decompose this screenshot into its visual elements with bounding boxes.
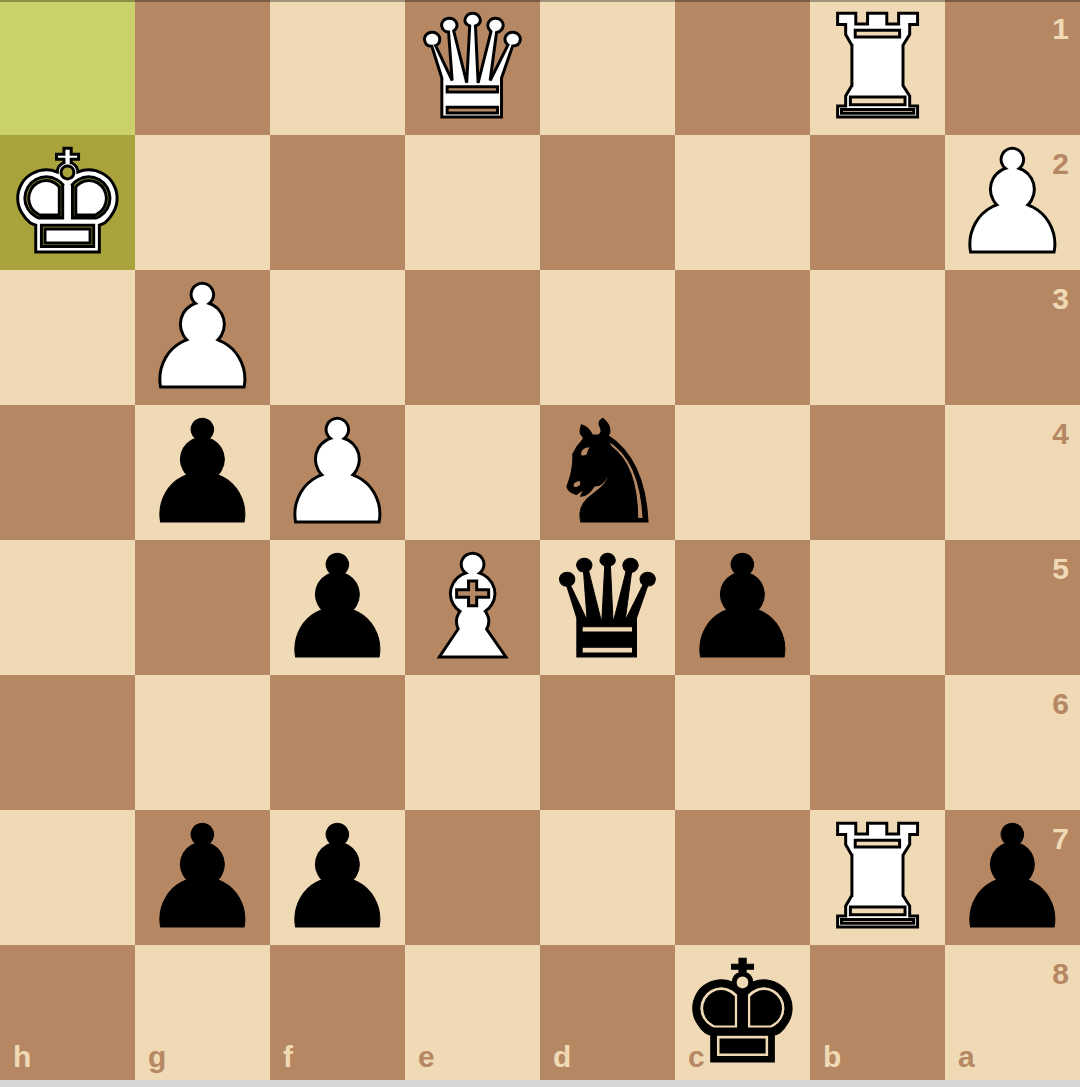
square-d2[interactable] bbox=[540, 135, 675, 270]
square-g6[interactable] bbox=[135, 675, 270, 810]
page-background-strip bbox=[0, 1080, 1080, 1087]
square-g5[interactable] bbox=[135, 540, 270, 675]
square-a7[interactable]: 7♟ bbox=[945, 810, 1080, 945]
square-d5[interactable]: ♛ bbox=[540, 540, 675, 675]
square-a5[interactable]: 5 bbox=[945, 540, 1080, 675]
black-pawn-piece[interactable]: ♟ bbox=[139, 810, 266, 945]
square-a8[interactable]: 8a bbox=[945, 945, 1080, 1080]
file-label-h: h bbox=[13, 1042, 31, 1072]
square-h3[interactable] bbox=[0, 270, 135, 405]
file-label-g: g bbox=[148, 1042, 166, 1072]
rank-label-2: 2 bbox=[1052, 149, 1069, 179]
white-king-piece[interactable]: ♚ bbox=[4, 135, 131, 270]
rank-label-1: 1 bbox=[1052, 14, 1069, 44]
square-g3[interactable]: ♟ bbox=[135, 270, 270, 405]
rank-label-4: 4 bbox=[1052, 419, 1069, 449]
square-f8[interactable]: f bbox=[270, 945, 405, 1080]
square-e6[interactable] bbox=[405, 675, 540, 810]
black-pawn-piece[interactable]: ♟ bbox=[139, 405, 266, 540]
black-pawn-piece[interactable]: ♟ bbox=[679, 540, 806, 675]
square-f5[interactable]: ♟ bbox=[270, 540, 405, 675]
square-g7[interactable]: ♟ bbox=[135, 810, 270, 945]
square-f1[interactable] bbox=[270, 0, 405, 135]
square-f3[interactable] bbox=[270, 270, 405, 405]
square-d4[interactable]: ♞ bbox=[540, 405, 675, 540]
rank-label-6: 6 bbox=[1052, 689, 1069, 719]
square-f7[interactable]: ♟ bbox=[270, 810, 405, 945]
white-rook-piece[interactable]: ♜ bbox=[814, 810, 941, 945]
square-b2[interactable] bbox=[810, 135, 945, 270]
white-pawn-piece[interactable]: ♟ bbox=[274, 405, 401, 540]
square-c3[interactable] bbox=[675, 270, 810, 405]
square-b6[interactable] bbox=[810, 675, 945, 810]
square-b1[interactable]: ♜ bbox=[810, 0, 945, 135]
rank-label-5: 5 bbox=[1052, 554, 1069, 584]
square-a2[interactable]: 2♟ bbox=[945, 135, 1080, 270]
black-queen-piece[interactable]: ♛ bbox=[544, 540, 671, 675]
square-c6[interactable] bbox=[675, 675, 810, 810]
board-top-edge bbox=[0, 0, 1080, 2]
white-queen-piece[interactable]: ♛ bbox=[409, 0, 536, 135]
white-bishop-piece[interactable]: ♝ bbox=[409, 540, 536, 675]
chess-app-stage: ♛♜1♚2♟♟3♟♟♞4♟♝♛♟56♟♟♜7♟hgfedc♚b8a bbox=[0, 0, 1080, 1087]
file-label-b: b bbox=[823, 1042, 841, 1072]
square-g8[interactable]: g bbox=[135, 945, 270, 1080]
square-e3[interactable] bbox=[405, 270, 540, 405]
square-c7[interactable] bbox=[675, 810, 810, 945]
square-h5[interactable] bbox=[0, 540, 135, 675]
square-g4[interactable]: ♟ bbox=[135, 405, 270, 540]
square-h4[interactable] bbox=[0, 405, 135, 540]
square-c2[interactable] bbox=[675, 135, 810, 270]
square-a6[interactable]: 6 bbox=[945, 675, 1080, 810]
square-a1[interactable]: 1 bbox=[945, 0, 1080, 135]
square-b4[interactable] bbox=[810, 405, 945, 540]
rank-label-3: 3 bbox=[1052, 284, 1069, 314]
square-c4[interactable] bbox=[675, 405, 810, 540]
square-e8[interactable]: e bbox=[405, 945, 540, 1080]
square-c5[interactable]: ♟ bbox=[675, 540, 810, 675]
square-h1[interactable] bbox=[0, 0, 135, 135]
square-e1[interactable]: ♛ bbox=[405, 0, 540, 135]
file-label-a: a bbox=[958, 1042, 975, 1072]
square-h8[interactable]: h bbox=[0, 945, 135, 1080]
rank-label-8: 8 bbox=[1052, 959, 1069, 989]
square-f6[interactable] bbox=[270, 675, 405, 810]
file-label-d: d bbox=[553, 1042, 571, 1072]
file-label-e: e bbox=[418, 1042, 435, 1072]
black-knight-piece[interactable]: ♞ bbox=[544, 405, 671, 540]
square-h2[interactable]: ♚ bbox=[0, 135, 135, 270]
square-b3[interactable] bbox=[810, 270, 945, 405]
square-a4[interactable]: 4 bbox=[945, 405, 1080, 540]
square-b5[interactable] bbox=[810, 540, 945, 675]
square-h7[interactable] bbox=[0, 810, 135, 945]
square-a3[interactable]: 3 bbox=[945, 270, 1080, 405]
square-d6[interactable] bbox=[540, 675, 675, 810]
black-pawn-piece[interactable]: ♟ bbox=[274, 540, 401, 675]
white-rook-piece[interactable]: ♜ bbox=[814, 0, 941, 135]
square-d1[interactable] bbox=[540, 0, 675, 135]
square-b8[interactable]: b bbox=[810, 945, 945, 1080]
square-c8[interactable]: c♚ bbox=[675, 945, 810, 1080]
square-f2[interactable] bbox=[270, 135, 405, 270]
black-pawn-piece[interactable]: ♟ bbox=[274, 810, 401, 945]
rank-label-7: 7 bbox=[1052, 824, 1069, 854]
square-c1[interactable] bbox=[675, 0, 810, 135]
file-label-f: f bbox=[283, 1042, 293, 1072]
square-e4[interactable] bbox=[405, 405, 540, 540]
square-f4[interactable]: ♟ bbox=[270, 405, 405, 540]
chess-board: ♛♜1♚2♟♟3♟♟♞4♟♝♛♟56♟♟♜7♟hgfedc♚b8a bbox=[0, 0, 1080, 1080]
square-d8[interactable]: d bbox=[540, 945, 675, 1080]
square-e7[interactable] bbox=[405, 810, 540, 945]
square-e2[interactable] bbox=[405, 135, 540, 270]
white-pawn-piece[interactable]: ♟ bbox=[139, 270, 266, 405]
square-e5[interactable]: ♝ bbox=[405, 540, 540, 675]
square-d3[interactable] bbox=[540, 270, 675, 405]
square-b7[interactable]: ♜ bbox=[810, 810, 945, 945]
square-g1[interactable] bbox=[135, 0, 270, 135]
square-h6[interactable] bbox=[0, 675, 135, 810]
square-g2[interactable] bbox=[135, 135, 270, 270]
file-label-c: c bbox=[688, 1042, 705, 1072]
square-d7[interactable] bbox=[540, 810, 675, 945]
